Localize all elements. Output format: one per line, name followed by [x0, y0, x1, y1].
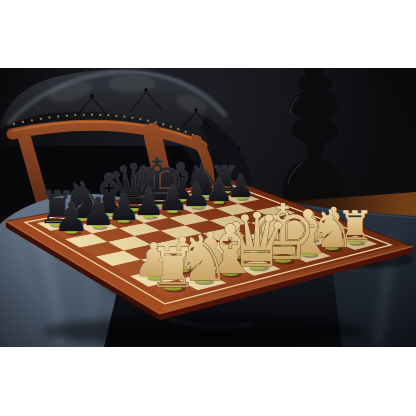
photo-scene: ♜♞♟♝♟♚♟♛♟♝♟♞♟♜♟♟♟♟♜♟♞♟♝♟♚♟♛♟♝♟♞♜ [0, 68, 416, 347]
vignette [0, 68, 416, 347]
scene-svg: ♜♞♟♝♟♚♟♛♟♝♟♞♟♜♟♟♟♟♜♟♞♟♝♟♚♟♛♟♝♟♞♜ [0, 0, 416, 416]
photo-frame: ♜♞♟♝♟♚♟♛♟♝♟♞♟♜♟♟♟♟♜♟♞♟♝♟♚♟♛♟♝♟♞♜ [0, 0, 416, 416]
